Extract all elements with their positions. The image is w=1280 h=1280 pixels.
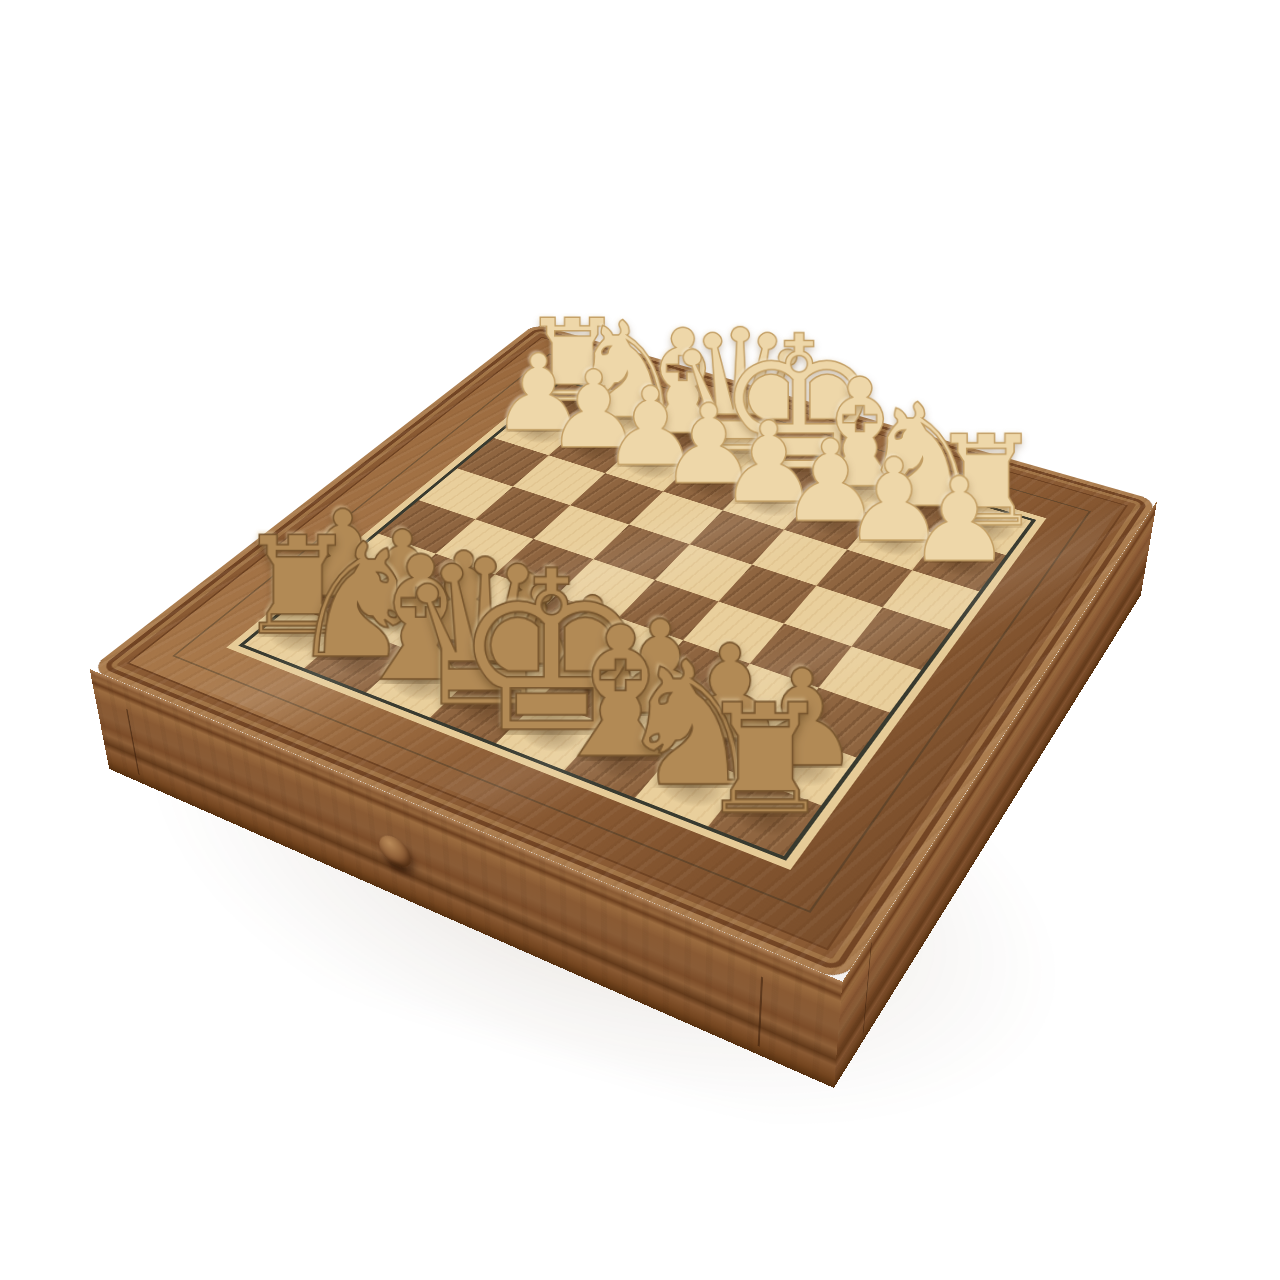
scene-3d: ♜♞♝♛♚♝♞♜♟♟♟♟♟♟♟♟♟♟♟♟♟♟♟♟♜♞♝♛♚♝♞♜ — [0, 0, 1280, 1280]
chess-box: ♜♞♝♛♚♝♞♜♟♟♟♟♟♟♟♟♟♟♟♟♟♟♟♟♜♞♝♛♚♝♞♜ — [90, 324, 1157, 982]
product-photo: ♜♞♝♛♚♝♞♜♟♟♟♟♟♟♟♟♟♟♟♟♟♟♟♟♜♞♝♛♚♝♞♜ — [0, 0, 1280, 1280]
